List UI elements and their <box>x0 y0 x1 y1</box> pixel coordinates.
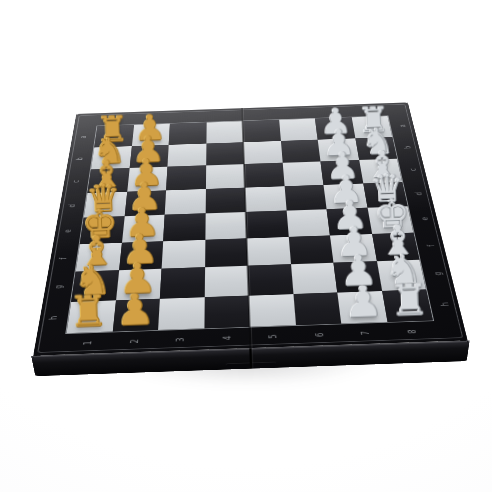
gold-rook-a1: ♜ <box>93 111 131 147</box>
square-f2: ♟ <box>119 241 164 270</box>
square-a3 <box>169 122 206 144</box>
silver-queen-d8: ♛ <box>366 168 408 207</box>
gold-pawn-a2: ♟ <box>130 110 168 146</box>
square-c4 <box>205 164 244 189</box>
chess-board: ♜♟♟♜♞♟♟♞♝♟♟♝♛♟♟♛♚♟♟♚♝♟♟♝♞♟♟♞♜♟♟♜ 1234567… <box>33 102 467 355</box>
square-a1: ♜ <box>94 125 133 147</box>
square-b8: ♞ <box>355 137 397 160</box>
square-g1: ♞ <box>71 270 118 301</box>
square-d2: ♟ <box>124 190 166 216</box>
square-f5 <box>247 237 291 266</box>
square-f6 <box>288 235 333 264</box>
square-h1: ♜ <box>67 300 116 333</box>
square-a6 <box>279 119 318 141</box>
square-d4 <box>205 187 245 213</box>
square-e5 <box>246 211 289 239</box>
square-b6 <box>280 139 320 162</box>
square-e8: ♚ <box>367 206 413 233</box>
square-b7: ♟ <box>318 138 359 161</box>
square-a5 <box>242 120 280 142</box>
square-d7: ♟ <box>323 183 367 209</box>
square-g6 <box>290 263 337 294</box>
board-left-face <box>33 114 79 376</box>
square-f4 <box>205 238 248 267</box>
square-c3 <box>166 165 206 190</box>
square-c6 <box>282 161 323 186</box>
square-a2: ♟ <box>132 124 170 146</box>
square-b1: ♞ <box>91 146 132 169</box>
gold-pawn-d2: ♟ <box>123 177 165 216</box>
square-a4 <box>206 121 243 143</box>
playing-area: ♜♟♟♜♞♟♟♞♝♟♟♝♛♟♟♛♚♟♟♚♝♟♟♝♞♟♟♞♜♟♟♜ <box>67 116 433 333</box>
square-b5 <box>243 141 282 164</box>
square-h6 <box>293 292 341 325</box>
square-b3 <box>167 143 206 166</box>
square-g4 <box>204 266 248 297</box>
board-front-face <box>31 340 470 376</box>
square-h3 <box>158 297 204 330</box>
square-h8: ♜ <box>382 289 433 322</box>
square-c8: ♝ <box>359 159 402 184</box>
square-f7: ♟ <box>330 234 377 263</box>
square-e6 <box>286 209 330 236</box>
board-right-face <box>406 102 468 361</box>
square-f3 <box>162 240 205 269</box>
square-c1: ♝ <box>87 168 129 193</box>
square-e4 <box>205 212 247 240</box>
square-d8: ♛ <box>363 182 408 208</box>
square-d5 <box>245 186 286 212</box>
square-h5 <box>249 294 296 327</box>
square-h2: ♟ <box>112 298 160 331</box>
square-g7: ♟ <box>333 261 381 292</box>
square-c5 <box>244 163 284 188</box>
square-e1: ♚ <box>80 216 124 244</box>
square-a7: ♟ <box>315 117 355 139</box>
square-g2: ♟ <box>116 269 162 300</box>
square-g3 <box>160 267 205 298</box>
square-f8: ♝ <box>372 232 420 261</box>
square-a8: ♜ <box>351 116 392 138</box>
silver-rook-a8: ♜ <box>354 102 392 138</box>
square-f1: ♝ <box>76 242 122 271</box>
square-g8: ♞ <box>376 260 425 291</box>
square-c7: ♟ <box>320 160 362 185</box>
square-d3 <box>165 189 206 215</box>
square-b4 <box>206 142 244 165</box>
square-e3 <box>163 213 205 241</box>
photo-background: ♜♟♟♜♞♟♟♞♝♟♟♝♛♟♟♛♚♟♟♚♝♟♟♝♞♟♟♞♜♟♟♜ 1234567… <box>0 0 492 492</box>
square-e2: ♟ <box>122 215 165 243</box>
square-g5 <box>248 264 293 295</box>
square-d6 <box>284 185 326 211</box>
hinge-latch <box>226 362 276 369</box>
silver-pawn-a7: ♟ <box>316 103 354 139</box>
square-d1: ♛ <box>84 191 127 217</box>
square-c2: ♟ <box>127 167 168 192</box>
square-h4 <box>204 295 250 328</box>
square-h7: ♟ <box>337 291 387 324</box>
square-e7: ♟ <box>327 208 372 235</box>
square-b2: ♟ <box>129 145 169 168</box>
